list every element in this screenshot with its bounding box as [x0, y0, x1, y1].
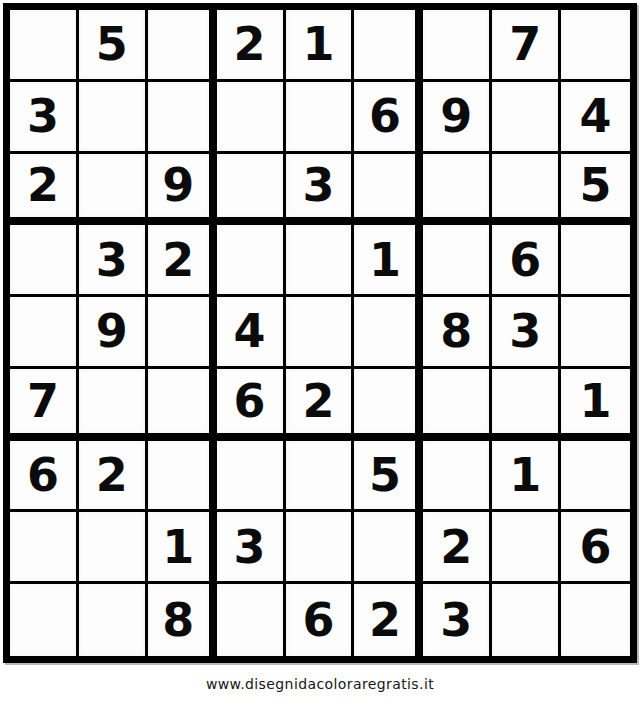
- given-digit: 1: [509, 452, 541, 498]
- cell-r3c5: 3: [286, 154, 355, 226]
- given-digit: 4: [234, 308, 266, 354]
- cell-r3c7: [423, 154, 492, 226]
- cell-r6c5: 2: [286, 369, 355, 441]
- cell-r5c7: 8: [423, 297, 492, 369]
- cell-r3c8: [492, 154, 561, 226]
- cell-r9c7: 3: [423, 584, 492, 656]
- cell-r7c5: [286, 441, 355, 513]
- cell-r9c2: [79, 584, 148, 656]
- cell-r3c9: 5: [561, 154, 630, 226]
- cell-r6c6: [354, 369, 423, 441]
- cell-r4c4: [217, 225, 286, 297]
- cell-r8c1: [10, 512, 79, 584]
- given-digit: 3: [302, 162, 334, 208]
- watermark-text: www.disegnidacoloraregratis.it: [0, 676, 640, 692]
- cell-r4c3: 2: [148, 225, 217, 297]
- cell-r1c1: [10, 10, 79, 82]
- given-digit: 1: [369, 237, 401, 283]
- cell-r9c1: [10, 584, 79, 656]
- cell-r6c3: [148, 369, 217, 441]
- cell-r5c5: [286, 297, 355, 369]
- cell-r7c4: [217, 441, 286, 513]
- given-digit: 1: [162, 524, 194, 570]
- given-digit: 4: [580, 93, 612, 139]
- cell-r3c3: 9: [148, 154, 217, 226]
- given-digit: 2: [234, 21, 266, 67]
- given-digit: 2: [440, 524, 472, 570]
- cell-r2c9: 4: [561, 82, 630, 154]
- given-digit: 6: [302, 597, 334, 643]
- cell-r3c6: [354, 154, 423, 226]
- given-digit: 6: [509, 237, 541, 283]
- cell-r3c1: 2: [10, 154, 79, 226]
- cell-r9c4: [217, 584, 286, 656]
- cell-r5c2: 9: [79, 297, 148, 369]
- cell-r9c6: 2: [354, 584, 423, 656]
- given-digit: 3: [96, 237, 128, 283]
- given-digit: 2: [369, 597, 401, 643]
- given-digit: 7: [27, 378, 59, 424]
- cell-r2c8: [492, 82, 561, 154]
- cell-r1c9: [561, 10, 630, 82]
- given-digit: 3: [234, 524, 266, 570]
- cell-r5c1: [10, 297, 79, 369]
- cell-r5c3: [148, 297, 217, 369]
- cell-r7c9: [561, 441, 630, 513]
- cell-r4c8: 6: [492, 225, 561, 297]
- cell-r7c1: 6: [10, 441, 79, 513]
- cell-r1c7: [423, 10, 492, 82]
- cell-r3c2: [79, 154, 148, 226]
- cell-r9c9: [561, 584, 630, 656]
- cell-r3c4: [217, 154, 286, 226]
- cell-r5c8: 3: [492, 297, 561, 369]
- cell-r8c8: [492, 512, 561, 584]
- cell-r5c9: [561, 297, 630, 369]
- cell-r2c7: 9: [423, 82, 492, 154]
- cell-r1c8: 7: [492, 10, 561, 82]
- cell-r7c6: 5: [354, 441, 423, 513]
- cell-r1c2: 5: [79, 10, 148, 82]
- given-digit: 1: [580, 378, 612, 424]
- cell-r2c4: [217, 82, 286, 154]
- cell-r2c6: 6: [354, 82, 423, 154]
- cell-r1c5: 1: [286, 10, 355, 82]
- cell-r6c7: [423, 369, 492, 441]
- cell-r5c6: [354, 297, 423, 369]
- cell-r2c1: 3: [10, 82, 79, 154]
- cell-r4c1: [10, 225, 79, 297]
- cell-r4c5: [286, 225, 355, 297]
- cell-r7c3: [148, 441, 217, 513]
- given-digit: 6: [27, 452, 59, 498]
- cell-r8c7: 2: [423, 512, 492, 584]
- cell-r2c2: [79, 82, 148, 154]
- cell-r8c2: [79, 512, 148, 584]
- given-digit: 2: [96, 452, 128, 498]
- cell-r1c6: [354, 10, 423, 82]
- cell-r4c2: 3: [79, 225, 148, 297]
- given-digit: 5: [96, 21, 128, 67]
- cell-r8c5: [286, 512, 355, 584]
- cell-r1c3: [148, 10, 217, 82]
- cell-r7c8: 1: [492, 441, 561, 513]
- cell-r6c2: [79, 369, 148, 441]
- given-digit: 2: [302, 378, 334, 424]
- given-digit: 3: [509, 308, 541, 354]
- given-digit: 8: [162, 597, 194, 643]
- cell-r8c6: [354, 512, 423, 584]
- cell-r4c6: 1: [354, 225, 423, 297]
- given-digit: 1: [302, 21, 334, 67]
- cell-r2c3: [148, 82, 217, 154]
- cell-r6c9: 1: [561, 369, 630, 441]
- cell-r6c4: 6: [217, 369, 286, 441]
- given-digit: 5: [580, 162, 612, 208]
- given-digit: 9: [96, 308, 128, 354]
- sudoku-board: 521736942935321694837621625113268623: [3, 3, 637, 663]
- cell-r8c4: 3: [217, 512, 286, 584]
- given-digit: 6: [234, 378, 266, 424]
- cell-r5c4: 4: [217, 297, 286, 369]
- given-digit: 7: [509, 21, 541, 67]
- given-digit: 6: [369, 93, 401, 139]
- cell-r4c9: [561, 225, 630, 297]
- given-digit: 2: [27, 162, 59, 208]
- cell-r8c9: 6: [561, 512, 630, 584]
- cell-r8c3: 1: [148, 512, 217, 584]
- cell-r7c7: [423, 441, 492, 513]
- given-digit: 6: [580, 524, 612, 570]
- cell-r9c5: 6: [286, 584, 355, 656]
- cell-r6c1: 7: [10, 369, 79, 441]
- cell-r6c8: [492, 369, 561, 441]
- cell-r1c4: 2: [217, 10, 286, 82]
- cell-r4c7: [423, 225, 492, 297]
- cell-r9c3: 8: [148, 584, 217, 656]
- given-digit: 3: [440, 597, 472, 643]
- given-digit: 5: [369, 452, 401, 498]
- cell-r9c8: [492, 584, 561, 656]
- given-digit: 2: [162, 237, 194, 283]
- given-digit: 8: [440, 308, 472, 354]
- cell-r2c5: [286, 82, 355, 154]
- cell-r7c2: 2: [79, 441, 148, 513]
- given-digit: 9: [440, 93, 472, 139]
- given-digit: 9: [162, 162, 194, 208]
- given-digit: 3: [27, 93, 59, 139]
